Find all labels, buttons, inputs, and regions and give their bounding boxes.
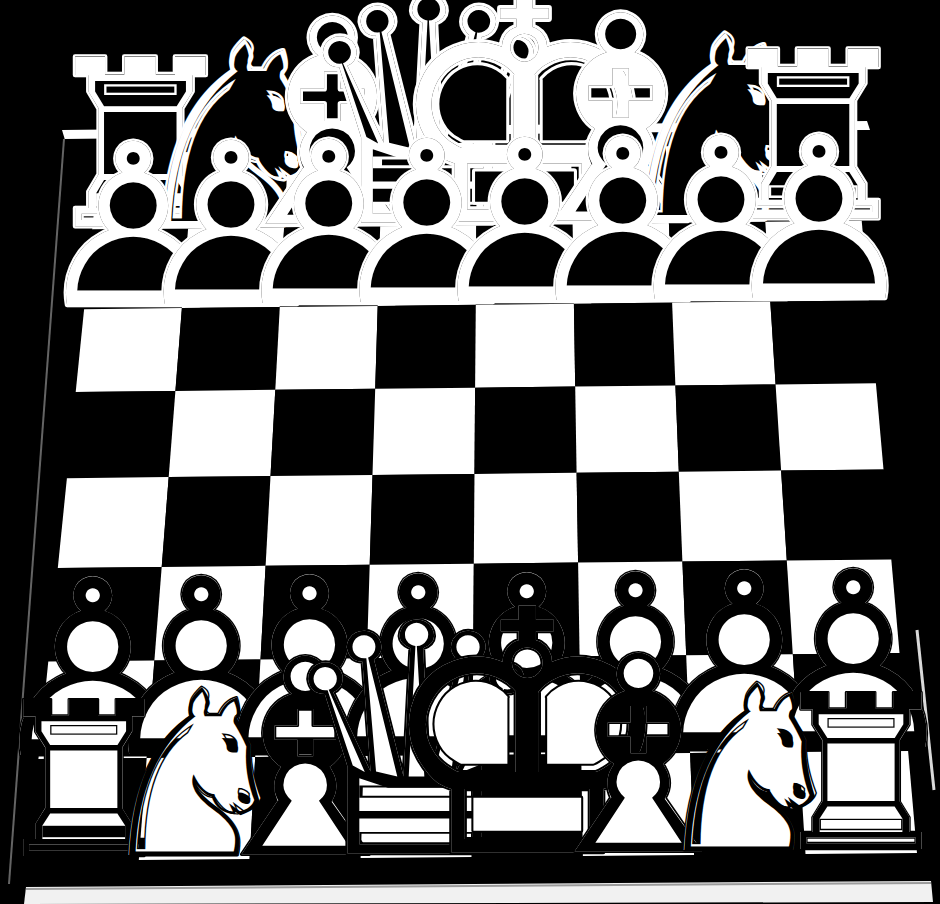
square-a5[interactable] (67, 391, 175, 478)
piece-black-pawn[interactable]: ♟♙ (718, 89, 920, 351)
chess-board: ♜♖♞♘♝♗♛♕♚♔♝♗♞♘♜♖♟♙♟♙♟♙♟♙♟♙♟♙♟♙♟♙♟♙♟♙♟♙♟♙… (0, 0, 940, 904)
square-c5[interactable] (271, 389, 376, 476)
square-e5[interactable] (475, 387, 577, 474)
square-d5[interactable] (373, 388, 476, 475)
piece-white-rook[interactable]: ♜♖ (765, 649, 940, 900)
square-b5[interactable] (169, 390, 276, 477)
square-g5[interactable] (675, 384, 781, 471)
chess-scene: ♜♖♞♘♝♗♛♕♚♔♝♗♞♘♜♖♟♙♟♙♟♙♟♙♟♙♟♙♟♙♟♙♟♙♟♙♟♙♟♙… (0, 0, 940, 904)
square-f5[interactable] (575, 386, 679, 473)
svg-text:♖: ♖ (765, 649, 940, 900)
svg-text:♙: ♙ (718, 89, 920, 351)
square-h5[interactable] (776, 383, 884, 470)
